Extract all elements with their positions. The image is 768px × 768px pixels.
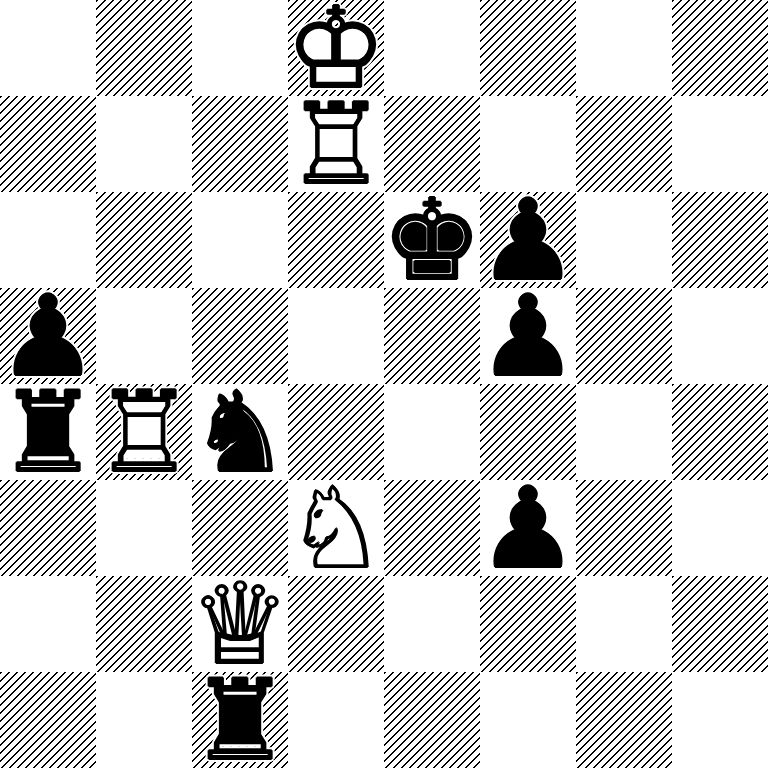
piece-black-pawn[interactable]: ♟ <box>480 288 576 384</box>
square-d4[interactable] <box>288 384 384 480</box>
square-b2[interactable] <box>96 576 192 672</box>
square-c6[interactable] <box>192 192 288 288</box>
square-g3[interactable] <box>576 480 672 576</box>
square-f6[interactable]: ♟♟ <box>480 192 576 288</box>
square-d3[interactable]: ♞♘ <box>288 480 384 576</box>
piece-white-queen[interactable]: ♕ <box>192 576 288 672</box>
square-e5[interactable] <box>384 288 480 384</box>
square-f3[interactable]: ♟♟ <box>480 480 576 576</box>
square-e3[interactable] <box>384 480 480 576</box>
square-f8[interactable] <box>480 0 576 96</box>
square-b1[interactable] <box>96 672 192 768</box>
square-e1[interactable] <box>384 672 480 768</box>
square-a3[interactable] <box>0 480 96 576</box>
piece-black-pawn[interactable]: ♟ <box>480 192 576 288</box>
square-c8[interactable] <box>192 0 288 96</box>
square-e2[interactable] <box>384 576 480 672</box>
square-h7[interactable] <box>672 96 768 192</box>
chess-board: ♚♔♜♖♚♚♟♟♟♟♟♟♜♜♜♖♞♞♞♘♟♟♛♕♜♜ <box>0 0 768 768</box>
piece-black-rook[interactable]: ♜ <box>192 672 288 768</box>
square-a4[interactable]: ♜♜ <box>0 384 96 480</box>
square-d5[interactable] <box>288 288 384 384</box>
square-c1[interactable]: ♜♜ <box>192 672 288 768</box>
square-c5[interactable] <box>192 288 288 384</box>
square-g8[interactable] <box>576 0 672 96</box>
square-f1[interactable] <box>480 672 576 768</box>
square-h5[interactable] <box>672 288 768 384</box>
square-g2[interactable] <box>576 576 672 672</box>
piece-white-rook[interactable]: ♖ <box>288 96 384 192</box>
square-b8[interactable] <box>96 0 192 96</box>
square-a1[interactable] <box>0 672 96 768</box>
square-h6[interactable] <box>672 192 768 288</box>
piece-white-knight[interactable]: ♘ <box>288 480 384 576</box>
square-a5[interactable]: ♟♟ <box>0 288 96 384</box>
square-d1[interactable] <box>288 672 384 768</box>
square-g7[interactable] <box>576 96 672 192</box>
square-h1[interactable] <box>672 672 768 768</box>
square-h8[interactable] <box>672 0 768 96</box>
square-a2[interactable] <box>0 576 96 672</box>
square-e6[interactable]: ♚♚ <box>384 192 480 288</box>
square-f2[interactable] <box>480 576 576 672</box>
square-c7[interactable] <box>192 96 288 192</box>
square-g5[interactable] <box>576 288 672 384</box>
square-f7[interactable] <box>480 96 576 192</box>
square-a6[interactable] <box>0 192 96 288</box>
square-b6[interactable] <box>96 192 192 288</box>
square-b4[interactable]: ♜♖ <box>96 384 192 480</box>
square-c2[interactable]: ♛♕ <box>192 576 288 672</box>
square-d2[interactable] <box>288 576 384 672</box>
square-f5[interactable]: ♟♟ <box>480 288 576 384</box>
square-g4[interactable] <box>576 384 672 480</box>
square-h4[interactable] <box>672 384 768 480</box>
square-d6[interactable] <box>288 192 384 288</box>
square-h2[interactable] <box>672 576 768 672</box>
square-e4[interactable] <box>384 384 480 480</box>
square-d8[interactable]: ♚♔ <box>288 0 384 96</box>
square-e8[interactable] <box>384 0 480 96</box>
piece-black-pawn[interactable]: ♟ <box>0 288 96 384</box>
piece-black-rook[interactable]: ♜ <box>0 384 96 480</box>
chess-app: ♚♔♜♖♚♚♟♟♟♟♟♟♜♜♜♖♞♞♞♘♟♟♛♕♜♜ <box>0 0 768 768</box>
square-c4[interactable]: ♞♞ <box>192 384 288 480</box>
piece-white-rook[interactable]: ♖ <box>96 384 192 480</box>
square-f4[interactable] <box>480 384 576 480</box>
piece-black-knight[interactable]: ♞ <box>192 384 288 480</box>
square-e7[interactable] <box>384 96 480 192</box>
square-a7[interactable] <box>0 96 96 192</box>
square-c3[interactable] <box>192 480 288 576</box>
square-b3[interactable] <box>96 480 192 576</box>
piece-white-king[interactable]: ♔ <box>288 0 384 96</box>
square-d7[interactable]: ♜♖ <box>288 96 384 192</box>
square-g1[interactable] <box>576 672 672 768</box>
square-g6[interactable] <box>576 192 672 288</box>
square-a8[interactable] <box>0 0 96 96</box>
square-h3[interactable] <box>672 480 768 576</box>
square-b5[interactable] <box>96 288 192 384</box>
piece-black-king[interactable]: ♚ <box>384 192 480 288</box>
piece-black-pawn[interactable]: ♟ <box>480 480 576 576</box>
square-b7[interactable] <box>96 96 192 192</box>
